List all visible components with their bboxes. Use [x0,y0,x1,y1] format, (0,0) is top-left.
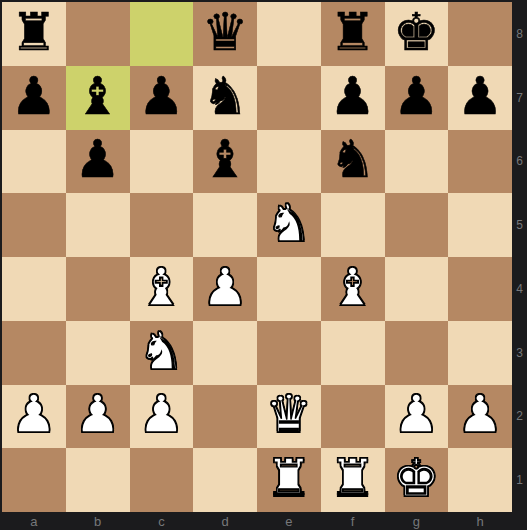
piece-white-knight[interactable]: ♞ [266,197,313,249]
square-h7[interactable]: ♟ [448,66,512,130]
file-label-g: g [385,512,449,530]
square-h1[interactable] [448,448,512,512]
piece-black-bishop[interactable]: ♝ [202,133,249,185]
square-b3[interactable] [66,321,130,385]
square-g6[interactable] [385,130,449,194]
file-label-a: a [2,512,66,530]
square-g1[interactable]: ♚ [385,448,449,512]
piece-white-rook[interactable]: ♜ [329,452,376,504]
square-f1[interactable]: ♜ [321,448,385,512]
square-h2[interactable]: ♟ [448,385,512,449]
square-b5[interactable] [66,193,130,257]
rank-labels: 87654321 [512,2,527,512]
square-d8[interactable]: ♛ [193,2,257,66]
square-d4[interactable]: ♟ [193,257,257,321]
square-d6[interactable]: ♝ [193,130,257,194]
square-f3[interactable] [321,321,385,385]
square-b1[interactable] [66,448,130,512]
piece-white-bishop[interactable]: ♝ [329,261,376,313]
piece-black-knight[interactable]: ♞ [329,133,376,185]
rank-label-6: 6 [512,130,527,194]
piece-black-pawn[interactable]: ♟ [393,70,440,122]
piece-black-pawn[interactable]: ♟ [74,133,121,185]
square-g8[interactable]: ♚ [385,2,449,66]
square-a7[interactable]: ♟ [2,66,66,130]
square-h6[interactable] [448,130,512,194]
chess-app: ♜♛♜♚♟♝♟♞♟♟♟♟♝♞♞♝♟♝♞♟♟♟♛♟♟♜♜♚ 87654321 ab… [0,0,527,530]
square-g5[interactable] [385,193,449,257]
rank-label-4: 4 [512,257,527,321]
square-d2[interactable] [193,385,257,449]
square-a6[interactable] [2,130,66,194]
square-b7[interactable]: ♝ [66,66,130,130]
square-e4[interactable] [257,257,321,321]
square-h8[interactable] [448,2,512,66]
square-a4[interactable] [2,257,66,321]
square-c1[interactable] [130,448,194,512]
file-label-f: f [321,512,385,530]
file-labels: abcdefgh [2,512,512,530]
square-d7[interactable]: ♞ [193,66,257,130]
rank-label-7: 7 [512,66,527,130]
rank-label-1: 1 [512,448,527,512]
file-label-c: c [130,512,194,530]
square-b8[interactable] [66,2,130,66]
square-d5[interactable] [193,193,257,257]
square-d3[interactable] [193,321,257,385]
piece-white-pawn[interactable]: ♟ [202,261,249,313]
square-a3[interactable] [2,321,66,385]
file-label-e: e [257,512,321,530]
square-a5[interactable] [2,193,66,257]
rank-label-2: 2 [512,385,527,449]
rank-label-5: 5 [512,193,527,257]
square-f7[interactable]: ♟ [321,66,385,130]
square-e5[interactable]: ♞ [257,193,321,257]
square-a8[interactable]: ♜ [2,2,66,66]
square-h4[interactable] [448,257,512,321]
piece-black-pawn[interactable]: ♟ [329,70,376,122]
square-f8[interactable]: ♜ [321,2,385,66]
square-c8[interactable] [130,2,194,66]
square-g7[interactable]: ♟ [385,66,449,130]
square-c5[interactable] [130,193,194,257]
piece-white-pawn[interactable]: ♟ [393,388,440,440]
square-f4[interactable]: ♝ [321,257,385,321]
piece-white-king[interactable]: ♚ [393,452,440,504]
file-label-h: h [448,512,512,530]
piece-white-pawn[interactable]: ♟ [138,388,185,440]
square-c6[interactable] [130,130,194,194]
piece-white-pawn[interactable]: ♟ [74,388,121,440]
square-b4[interactable] [66,257,130,321]
piece-white-pawn[interactable]: ♟ [457,388,504,440]
piece-black-knight[interactable]: ♞ [202,70,249,122]
square-c7[interactable]: ♟ [130,66,194,130]
square-g3[interactable] [385,321,449,385]
file-label-b: b [66,512,130,530]
square-c3[interactable]: ♞ [130,321,194,385]
square-a2[interactable]: ♟ [2,385,66,449]
piece-black-pawn[interactable]: ♟ [457,70,504,122]
piece-black-rook[interactable]: ♜ [11,6,58,58]
rank-label-8: 8 [512,2,527,66]
square-f6[interactable]: ♞ [321,130,385,194]
square-b2[interactable]: ♟ [66,385,130,449]
piece-black-king[interactable]: ♚ [393,6,440,58]
piece-white-knight[interactable]: ♞ [138,325,185,377]
piece-white-bishop[interactable]: ♝ [138,261,185,313]
piece-black-queen[interactable]: ♛ [202,6,249,58]
piece-white-queen[interactable]: ♛ [266,388,313,440]
piece-black-rook[interactable]: ♜ [329,6,376,58]
square-h5[interactable] [448,193,512,257]
square-e3[interactable] [257,321,321,385]
square-b6[interactable]: ♟ [66,130,130,194]
square-f2[interactable] [321,385,385,449]
square-e8[interactable] [257,2,321,66]
square-c2[interactable]: ♟ [130,385,194,449]
square-g2[interactable]: ♟ [385,385,449,449]
square-e7[interactable] [257,66,321,130]
piece-black-bishop[interactable]: ♝ [74,70,121,122]
square-e1[interactable]: ♜ [257,448,321,512]
square-f5[interactable] [321,193,385,257]
piece-black-pawn[interactable]: ♟ [11,70,58,122]
square-g4[interactable] [385,257,449,321]
piece-white-pawn[interactable]: ♟ [11,388,58,440]
file-label-d: d [193,512,257,530]
square-d1[interactable] [193,448,257,512]
piece-white-rook[interactable]: ♜ [266,452,313,504]
piece-black-pawn[interactable]: ♟ [138,70,185,122]
square-e2[interactable]: ♛ [257,385,321,449]
square-a1[interactable] [2,448,66,512]
square-h3[interactable] [448,321,512,385]
square-e6[interactable] [257,130,321,194]
chess-board: ♜♛♜♚♟♝♟♞♟♟♟♟♝♞♞♝♟♝♞♟♟♟♛♟♟♜♜♚ [2,2,512,512]
rank-label-3: 3 [512,321,527,385]
square-c4[interactable]: ♝ [130,257,194,321]
